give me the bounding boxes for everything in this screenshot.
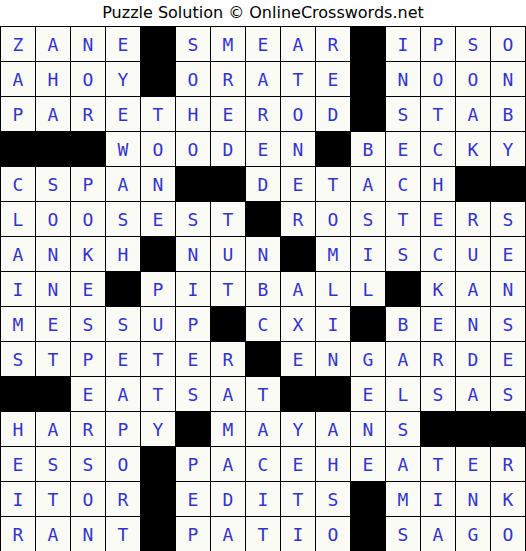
block-cell — [316, 377, 351, 412]
letter-cell: N — [141, 167, 176, 202]
letter-cell: E — [316, 62, 351, 97]
letter-cell: E — [71, 377, 106, 412]
letter-cell: M — [211, 412, 246, 447]
letter-cell: Z — [1, 27, 36, 62]
letter-cell: H — [421, 167, 456, 202]
letter-cell: I — [246, 482, 281, 517]
letter-cell: B — [491, 97, 526, 132]
letter-cell: P — [176, 517, 211, 551]
crossword-grid: ZANESMEARIPSOAHOYORATENOONPARETHERODSTAB… — [0, 26, 526, 551]
letter-cell: A — [106, 377, 141, 412]
letter-cell: T — [246, 517, 281, 551]
letter-cell: M — [316, 237, 351, 272]
letter-cell: N — [386, 62, 421, 97]
letter-cell: C — [386, 167, 421, 202]
letter-cell: I — [281, 517, 316, 551]
block-cell — [141, 482, 176, 517]
block-cell — [211, 307, 246, 342]
block-cell — [141, 517, 176, 551]
letter-cell: E — [176, 342, 211, 377]
letter-cell: S — [71, 307, 106, 342]
block-cell — [281, 237, 316, 272]
letter-cell: I — [386, 27, 421, 62]
letter-cell: S — [176, 27, 211, 62]
letter-cell: S — [106, 202, 141, 237]
letter-cell: R — [106, 482, 141, 517]
letter-cell: R — [456, 202, 491, 237]
letter-cell: A — [456, 377, 491, 412]
letter-cell: O — [36, 202, 71, 237]
letter-cell: H — [176, 97, 211, 132]
letter-cell: U — [141, 307, 176, 342]
letter-cell: T — [36, 342, 71, 377]
block-cell — [351, 307, 386, 342]
letter-cell: C — [421, 132, 456, 167]
letter-cell: E — [491, 342, 526, 377]
letter-cell: I — [1, 482, 36, 517]
letter-cell: N — [176, 237, 211, 272]
letter-cell: P — [141, 272, 176, 307]
letter-cell: A — [36, 97, 71, 132]
block-cell — [141, 62, 176, 97]
letter-cell: E — [421, 307, 456, 342]
letter-cell: R — [316, 27, 351, 62]
letter-cell: A — [421, 517, 456, 551]
letter-cell: E — [386, 132, 421, 167]
letter-cell: E — [211, 97, 246, 132]
letter-cell: K — [456, 132, 491, 167]
letter-cell: S — [176, 377, 211, 412]
letter-cell: E — [176, 482, 211, 517]
block-cell — [246, 342, 281, 377]
block-cell — [351, 27, 386, 62]
letter-cell: E — [351, 447, 386, 482]
letter-cell: E — [281, 447, 316, 482]
letter-cell: U — [211, 237, 246, 272]
letter-cell: T — [246, 377, 281, 412]
block-cell — [456, 412, 491, 447]
letter-cell: O — [316, 517, 351, 551]
letter-cell: N — [71, 27, 106, 62]
letter-cell: A — [1, 237, 36, 272]
letter-cell: R — [491, 447, 526, 482]
letter-cell: O — [141, 132, 176, 167]
letter-cell: A — [456, 272, 491, 307]
letter-cell: L — [351, 272, 386, 307]
block-cell — [71, 132, 106, 167]
letter-cell: A — [386, 342, 421, 377]
letter-cell: I — [351, 237, 386, 272]
letter-cell: R — [281, 202, 316, 237]
block-cell — [246, 202, 281, 237]
letter-cell: P — [176, 307, 211, 342]
letter-cell: A — [246, 412, 281, 447]
letter-cell: A — [246, 62, 281, 97]
letter-cell: A — [36, 517, 71, 551]
block-cell — [141, 447, 176, 482]
letter-cell: C — [246, 307, 281, 342]
letter-cell: D — [316, 97, 351, 132]
letter-cell: I — [421, 482, 456, 517]
letter-cell: R — [211, 342, 246, 377]
letter-cell: A — [211, 517, 246, 551]
letter-cell: T — [36, 482, 71, 517]
letter-cell: S — [106, 307, 141, 342]
letter-cell: A — [211, 447, 246, 482]
letter-cell: P — [106, 412, 141, 447]
letter-cell: T — [141, 342, 176, 377]
letter-cell: H — [1, 412, 36, 447]
letter-cell: A — [36, 27, 71, 62]
block-cell — [351, 482, 386, 517]
letter-cell: G — [456, 517, 491, 551]
letter-cell: R — [71, 412, 106, 447]
letter-cell: O — [491, 27, 526, 62]
letter-cell: N — [456, 307, 491, 342]
letter-cell: B — [351, 132, 386, 167]
letter-cell: T — [316, 167, 351, 202]
letter-cell: R — [1, 517, 36, 551]
letter-cell: O — [421, 62, 456, 97]
letter-cell: H — [316, 447, 351, 482]
letter-cell: Y — [141, 412, 176, 447]
block-cell — [421, 412, 456, 447]
letter-cell: E — [1, 447, 36, 482]
block-cell — [351, 517, 386, 551]
letter-cell: A — [456, 97, 491, 132]
letter-cell: L — [316, 272, 351, 307]
letter-cell: N — [71, 517, 106, 551]
letter-cell: N — [316, 342, 351, 377]
block-cell — [316, 132, 351, 167]
letter-cell: L — [1, 202, 36, 237]
letter-cell: S — [456, 27, 491, 62]
letter-cell: N — [491, 62, 526, 97]
block-cell — [281, 377, 316, 412]
block-cell — [141, 27, 176, 62]
letter-cell: R — [246, 97, 281, 132]
letter-cell: M — [1, 307, 36, 342]
letter-cell: S — [36, 167, 71, 202]
letter-cell: O — [71, 202, 106, 237]
letter-cell: T — [211, 272, 246, 307]
letter-cell: E — [71, 272, 106, 307]
letter-cell: E — [456, 447, 491, 482]
letter-cell: S — [491, 202, 526, 237]
letter-cell: S — [316, 482, 351, 517]
block-cell — [491, 412, 526, 447]
letter-cell: S — [491, 377, 526, 412]
letter-cell: S — [386, 412, 421, 447]
letter-cell: S — [421, 377, 456, 412]
letter-cell: E — [281, 167, 316, 202]
letter-cell: O — [316, 202, 351, 237]
letter-cell: T — [281, 482, 316, 517]
letter-cell: S — [386, 237, 421, 272]
letter-cell: M — [211, 27, 246, 62]
letter-cell: N — [36, 237, 71, 272]
letter-cell: S — [71, 447, 106, 482]
letter-cell: B — [386, 307, 421, 342]
letter-cell: E — [491, 237, 526, 272]
block-cell — [1, 132, 36, 167]
letter-cell: C — [1, 167, 36, 202]
letter-cell: D — [246, 167, 281, 202]
letter-cell: T — [141, 377, 176, 412]
letter-cell: D — [211, 132, 246, 167]
letter-cell: O — [71, 62, 106, 97]
letter-cell: C — [421, 237, 456, 272]
letter-cell: A — [351, 167, 386, 202]
letter-cell: E — [281, 342, 316, 377]
letter-cell: E — [106, 342, 141, 377]
letter-cell: K — [421, 272, 456, 307]
letter-cell: P — [421, 27, 456, 62]
letter-cell: D — [211, 482, 246, 517]
block-cell — [1, 377, 36, 412]
block-cell — [456, 167, 491, 202]
letter-cell: X — [281, 307, 316, 342]
letter-cell: E — [246, 27, 281, 62]
letter-cell: T — [386, 202, 421, 237]
letter-cell: M — [386, 482, 421, 517]
letter-cell: E — [421, 202, 456, 237]
letter-cell: T — [281, 62, 316, 97]
letter-cell: O — [71, 482, 106, 517]
letter-cell: S — [351, 202, 386, 237]
letter-cell: K — [71, 237, 106, 272]
letter-cell: P — [1, 97, 36, 132]
letter-cell: S — [36, 447, 71, 482]
block-cell — [36, 377, 71, 412]
block-cell — [176, 412, 211, 447]
letter-cell: A — [106, 167, 141, 202]
letter-cell: C — [246, 447, 281, 482]
letter-cell: T — [421, 97, 456, 132]
block-cell — [141, 237, 176, 272]
letter-cell: Y — [281, 412, 316, 447]
letter-cell: O — [106, 447, 141, 482]
letter-cell: D — [456, 342, 491, 377]
letter-cell: A — [211, 377, 246, 412]
letter-cell: P — [71, 342, 106, 377]
letter-cell: R — [211, 62, 246, 97]
letter-cell: N — [491, 272, 526, 307]
letter-cell: A — [316, 412, 351, 447]
block-cell — [211, 167, 246, 202]
letter-cell: N — [351, 412, 386, 447]
letter-cell: A — [281, 27, 316, 62]
letter-cell: A — [1, 62, 36, 97]
letter-cell: H — [36, 62, 71, 97]
letter-cell: N — [456, 482, 491, 517]
letter-cell: E — [106, 27, 141, 62]
letter-cell: T — [421, 447, 456, 482]
block-cell — [351, 62, 386, 97]
letter-cell: U — [456, 237, 491, 272]
letter-cell: S — [386, 97, 421, 132]
letter-cell: T — [106, 517, 141, 551]
block-cell — [491, 167, 526, 202]
letter-cell: E — [36, 307, 71, 342]
letter-cell: S — [386, 517, 421, 551]
letter-cell: I — [176, 272, 211, 307]
letter-cell: K — [491, 482, 526, 517]
letter-cell: S — [176, 202, 211, 237]
letter-cell: I — [1, 272, 36, 307]
letter-cell: N — [36, 272, 71, 307]
letter-cell: T — [211, 202, 246, 237]
letter-cell: H — [106, 237, 141, 272]
letter-cell: Y — [106, 62, 141, 97]
letter-cell: A — [36, 412, 71, 447]
block-cell — [351, 97, 386, 132]
letter-cell: S — [1, 342, 36, 377]
letter-cell: A — [281, 272, 316, 307]
block-cell — [176, 167, 211, 202]
letter-cell: O — [176, 132, 211, 167]
letter-cell: N — [246, 237, 281, 272]
letter-cell: N — [281, 132, 316, 167]
letter-cell: E — [246, 132, 281, 167]
block-cell — [106, 272, 141, 307]
letter-cell: I — [316, 307, 351, 342]
letter-cell: P — [71, 167, 106, 202]
letter-cell: R — [71, 97, 106, 132]
letter-cell: B — [246, 272, 281, 307]
letter-cell: O — [491, 517, 526, 551]
letter-cell: T — [141, 97, 176, 132]
letter-cell: E — [351, 377, 386, 412]
letter-cell: L — [386, 377, 421, 412]
letter-cell: A — [386, 447, 421, 482]
block-cell — [386, 272, 421, 307]
letter-cell: S — [491, 307, 526, 342]
letter-cell: P — [176, 447, 211, 482]
letter-cell: O — [176, 62, 211, 97]
letter-cell: O — [456, 62, 491, 97]
letter-cell: O — [281, 97, 316, 132]
letter-cell: Y — [491, 132, 526, 167]
page-title: Puzzle Solution © OnlineCrosswords.net — [0, 0, 526, 26]
block-cell — [36, 132, 71, 167]
letter-cell: G — [351, 342, 386, 377]
letter-cell: R — [421, 342, 456, 377]
letter-cell: W — [106, 132, 141, 167]
letter-cell: E — [106, 97, 141, 132]
letter-cell: E — [141, 202, 176, 237]
